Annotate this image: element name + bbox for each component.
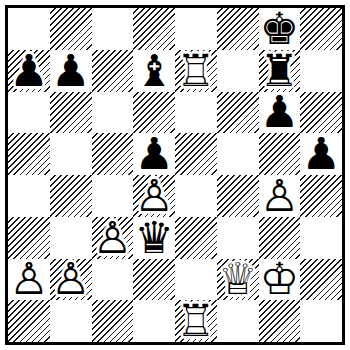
- square-f8[interactable]: [217, 8, 259, 50]
- square-g5[interactable]: [259, 133, 301, 175]
- square-e4[interactable]: [175, 175, 217, 217]
- square-f7[interactable]: [217, 50, 259, 92]
- square-g2[interactable]: ♚♔: [259, 259, 301, 301]
- square-g4[interactable]: ♟♙: [259, 175, 301, 217]
- square-b4[interactable]: [50, 175, 92, 217]
- piece-black-pawn-h5: ♟: [300, 133, 342, 175]
- square-c8[interactable]: [92, 8, 134, 50]
- piece-halo: ♟: [50, 259, 92, 301]
- piece-halo: ♛: [217, 259, 259, 301]
- square-e3[interactable]: [175, 217, 217, 259]
- chess-diagram: ♚♚♟♟♟♟♝♝♜♖♜♜♟♟♟♟♟♟♟♙♟♙♟♙♛♛♟♙♟♙♛♕♚♔♜♖: [0, 0, 350, 350]
- square-e1[interactable]: ♜♖: [175, 300, 217, 342]
- square-f3[interactable]: [217, 217, 259, 259]
- square-g8[interactable]: ♚♚: [259, 8, 301, 50]
- piece-halo: ♟: [259, 175, 301, 217]
- piece-halo: ♚: [259, 259, 301, 301]
- piece-halo: ♜: [259, 50, 301, 92]
- piece-black-queen-d3: ♛: [133, 217, 175, 259]
- piece-white-pawn-g4: ♙: [259, 175, 301, 217]
- piece-white-rook-e1: ♖: [175, 300, 217, 342]
- square-a2[interactable]: ♟♙: [8, 259, 50, 301]
- piece-black-rook-g7: ♜: [259, 50, 301, 92]
- square-c3[interactable]: ♟♙: [92, 217, 134, 259]
- square-e5[interactable]: [175, 133, 217, 175]
- piece-halo: ♟: [133, 133, 175, 175]
- square-d7[interactable]: ♝♝: [133, 50, 175, 92]
- square-a4[interactable]: [8, 175, 50, 217]
- square-d8[interactable]: [133, 8, 175, 50]
- square-d3[interactable]: ♛♛: [133, 217, 175, 259]
- piece-halo: ♝: [133, 50, 175, 92]
- piece-halo: ♟: [259, 92, 301, 134]
- piece-black-pawn-a7: ♟: [8, 50, 50, 92]
- square-b5[interactable]: [50, 133, 92, 175]
- square-h1[interactable]: [300, 300, 342, 342]
- piece-halo: ♟: [92, 217, 134, 259]
- square-c5[interactable]: [92, 133, 134, 175]
- piece-black-pawn-b7: ♟: [50, 50, 92, 92]
- square-a3[interactable]: [8, 217, 50, 259]
- piece-halo: ♟: [133, 175, 175, 217]
- square-h5[interactable]: ♟♟: [300, 133, 342, 175]
- piece-white-king-g2: ♔: [259, 259, 301, 301]
- square-a1[interactable]: [8, 300, 50, 342]
- piece-white-pawn-c3: ♙: [92, 217, 134, 259]
- square-h2[interactable]: [300, 259, 342, 301]
- square-d1[interactable]: [133, 300, 175, 342]
- square-b6[interactable]: [50, 92, 92, 134]
- board-frame: ♚♚♟♟♟♟♝♝♜♖♜♜♟♟♟♟♟♟♟♙♟♙♟♙♛♛♟♙♟♙♛♕♚♔♜♖: [5, 5, 345, 345]
- piece-white-pawn-a2: ♙: [8, 259, 50, 301]
- piece-halo: ♛: [133, 217, 175, 259]
- square-f6[interactable]: [217, 92, 259, 134]
- square-c6[interactable]: [92, 92, 134, 134]
- square-d6[interactable]: [133, 92, 175, 134]
- square-d5[interactable]: ♟♟: [133, 133, 175, 175]
- square-b7[interactable]: ♟♟: [50, 50, 92, 92]
- piece-white-rook-e7: ♖: [175, 50, 217, 92]
- piece-white-pawn-d4: ♙: [133, 175, 175, 217]
- square-e8[interactable]: [175, 8, 217, 50]
- piece-halo: ♜: [175, 300, 217, 342]
- square-a7[interactable]: ♟♟: [8, 50, 50, 92]
- square-d4[interactable]: ♟♙: [133, 175, 175, 217]
- piece-halo: ♜: [175, 50, 217, 92]
- square-h3[interactable]: [300, 217, 342, 259]
- square-e6[interactable]: [175, 92, 217, 134]
- square-g1[interactable]: [259, 300, 301, 342]
- square-g6[interactable]: ♟♟: [259, 92, 301, 134]
- square-b2[interactable]: ♟♙: [50, 259, 92, 301]
- piece-white-pawn-b2: ♙: [50, 259, 92, 301]
- square-h6[interactable]: [300, 92, 342, 134]
- square-h8[interactable]: [300, 8, 342, 50]
- square-a6[interactable]: [8, 92, 50, 134]
- chess-board: ♚♚♟♟♟♟♝♝♜♖♜♜♟♟♟♟♟♟♟♙♟♙♟♙♛♛♟♙♟♙♛♕♚♔♜♖: [8, 8, 342, 342]
- piece-halo: ♟: [300, 133, 342, 175]
- piece-halo: ♚: [259, 8, 301, 50]
- square-f1[interactable]: [217, 300, 259, 342]
- square-b8[interactable]: [50, 8, 92, 50]
- piece-black-bishop-d7: ♝: [133, 50, 175, 92]
- piece-black-pawn-d5: ♟: [133, 133, 175, 175]
- square-c1[interactable]: [92, 300, 134, 342]
- square-e2[interactable]: [175, 259, 217, 301]
- piece-halo: ♟: [50, 50, 92, 92]
- piece-black-pawn-g6: ♟: [259, 92, 301, 134]
- piece-halo: ♟: [8, 259, 50, 301]
- square-g3[interactable]: [259, 217, 301, 259]
- square-e7[interactable]: ♜♖: [175, 50, 217, 92]
- piece-white-queen-f2: ♕: [217, 259, 259, 301]
- piece-black-king-g8: ♚: [259, 8, 301, 50]
- square-b3[interactable]: [50, 217, 92, 259]
- square-f5[interactable]: [217, 133, 259, 175]
- square-g7[interactable]: ♜♜: [259, 50, 301, 92]
- square-f2[interactable]: ♛♕: [217, 259, 259, 301]
- square-c4[interactable]: [92, 175, 134, 217]
- square-d2[interactable]: [133, 259, 175, 301]
- square-h7[interactable]: [300, 50, 342, 92]
- square-a8[interactable]: [8, 8, 50, 50]
- square-a5[interactable]: [8, 133, 50, 175]
- square-b1[interactable]: [50, 300, 92, 342]
- piece-halo: ♟: [8, 50, 50, 92]
- square-c2[interactable]: [92, 259, 134, 301]
- square-h4[interactable]: [300, 175, 342, 217]
- square-c7[interactable]: [92, 50, 134, 92]
- square-f4[interactable]: [217, 175, 259, 217]
